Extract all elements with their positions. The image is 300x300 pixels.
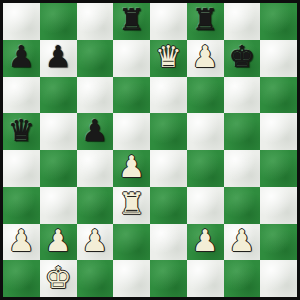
square-h8[interactable] <box>260 3 297 40</box>
square-g1[interactable] <box>224 260 261 297</box>
square-b7[interactable]: ♟ <box>40 40 77 77</box>
square-d6[interactable] <box>113 77 150 114</box>
square-e7[interactable]: ♛ <box>150 40 187 77</box>
piece-white-rook[interactable]: ♜ <box>118 189 145 219</box>
square-b3[interactable] <box>40 187 77 224</box>
square-c4[interactable] <box>77 150 114 187</box>
square-h7[interactable] <box>260 40 297 77</box>
piece-black-rook[interactable]: ♜ <box>192 5 219 35</box>
square-d8[interactable]: ♜ <box>113 3 150 40</box>
chess-board: ♜♜♟♟♛♟♚♛♟♟♜♟♟♟♟♟♚ <box>0 0 300 300</box>
square-g8[interactable] <box>224 3 261 40</box>
square-a8[interactable] <box>3 3 40 40</box>
piece-white-pawn[interactable]: ♟ <box>192 226 219 256</box>
square-g7[interactable]: ♚ <box>224 40 261 77</box>
square-e4[interactable] <box>150 150 187 187</box>
square-g4[interactable] <box>224 150 261 187</box>
piece-white-queen[interactable]: ♛ <box>155 42 182 72</box>
square-g3[interactable] <box>224 187 261 224</box>
square-e5[interactable] <box>150 113 187 150</box>
square-b8[interactable] <box>40 3 77 40</box>
square-h6[interactable] <box>260 77 297 114</box>
square-a7[interactable]: ♟ <box>3 40 40 77</box>
square-d3[interactable]: ♜ <box>113 187 150 224</box>
square-b2[interactable]: ♟ <box>40 224 77 261</box>
square-e3[interactable] <box>150 187 187 224</box>
square-f6[interactable] <box>187 77 224 114</box>
square-f3[interactable] <box>187 187 224 224</box>
square-c2[interactable]: ♟ <box>77 224 114 261</box>
piece-black-rook[interactable]: ♜ <box>118 5 145 35</box>
piece-black-pawn[interactable]: ♟ <box>45 42 72 72</box>
square-d4[interactable]: ♟ <box>113 150 150 187</box>
square-f7[interactable]: ♟ <box>187 40 224 77</box>
square-d7[interactable] <box>113 40 150 77</box>
square-e6[interactable] <box>150 77 187 114</box>
board-grid: ♜♜♟♟♛♟♚♛♟♟♜♟♟♟♟♟♚ <box>3 3 297 297</box>
square-d1[interactable] <box>113 260 150 297</box>
square-h5[interactable] <box>260 113 297 150</box>
square-c8[interactable] <box>77 3 114 40</box>
square-e8[interactable] <box>150 3 187 40</box>
square-a3[interactable] <box>3 187 40 224</box>
piece-white-pawn[interactable]: ♟ <box>8 226 35 256</box>
square-f5[interactable] <box>187 113 224 150</box>
square-g5[interactable] <box>224 113 261 150</box>
square-c7[interactable] <box>77 40 114 77</box>
square-c3[interactable] <box>77 187 114 224</box>
square-c5[interactable]: ♟ <box>77 113 114 150</box>
square-a1[interactable] <box>3 260 40 297</box>
piece-white-pawn[interactable]: ♟ <box>192 42 219 72</box>
square-c6[interactable] <box>77 77 114 114</box>
square-a6[interactable] <box>3 77 40 114</box>
square-a4[interactable] <box>3 150 40 187</box>
square-f4[interactable] <box>187 150 224 187</box>
piece-black-pawn[interactable]: ♟ <box>81 116 108 146</box>
square-a5[interactable]: ♛ <box>3 113 40 150</box>
square-f2[interactable]: ♟ <box>187 224 224 261</box>
square-b5[interactable] <box>40 113 77 150</box>
square-c1[interactable] <box>77 260 114 297</box>
square-d2[interactable] <box>113 224 150 261</box>
piece-white-pawn[interactable]: ♟ <box>118 152 145 182</box>
square-g6[interactable] <box>224 77 261 114</box>
square-g2[interactable]: ♟ <box>224 224 261 261</box>
piece-black-king[interactable]: ♚ <box>228 42 255 72</box>
square-e1[interactable] <box>150 260 187 297</box>
piece-black-pawn[interactable]: ♟ <box>8 42 35 72</box>
square-a2[interactable]: ♟ <box>3 224 40 261</box>
square-h2[interactable] <box>260 224 297 261</box>
square-h4[interactable] <box>260 150 297 187</box>
square-b4[interactable] <box>40 150 77 187</box>
piece-white-pawn[interactable]: ♟ <box>81 226 108 256</box>
piece-white-pawn[interactable]: ♟ <box>45 226 72 256</box>
square-d5[interactable] <box>113 113 150 150</box>
square-e2[interactable] <box>150 224 187 261</box>
piece-white-pawn[interactable]: ♟ <box>228 226 255 256</box>
square-h3[interactable] <box>260 187 297 224</box>
piece-white-king[interactable]: ♚ <box>45 263 72 293</box>
piece-black-queen[interactable]: ♛ <box>8 116 35 146</box>
square-b1[interactable]: ♚ <box>40 260 77 297</box>
square-b6[interactable] <box>40 77 77 114</box>
square-f8[interactable]: ♜ <box>187 3 224 40</box>
square-f1[interactable] <box>187 260 224 297</box>
square-h1[interactable] <box>260 260 297 297</box>
